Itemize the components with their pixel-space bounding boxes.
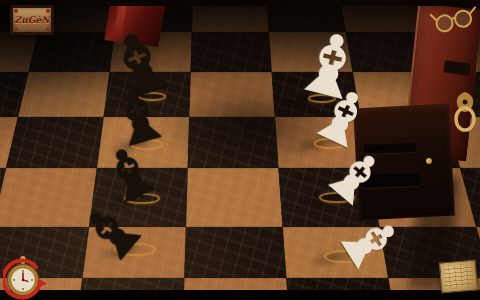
- plaque-ornament: [14, 9, 18, 13]
- game-scene: ♝♝♝♝♝♝♝♝ ZuGèN: [0, 0, 480, 300]
- board-square[interactable]: [186, 168, 283, 227]
- board-square[interactable]: [6, 117, 104, 168]
- logo-plaque-button[interactable]: ZuGèN: [10, 5, 54, 35]
- board-square[interactable]: [184, 227, 286, 278]
- parchment-notes-button[interactable]: [439, 259, 479, 293]
- plaque-ornament: [14, 27, 18, 31]
- plaque-ornament: [46, 27, 50, 31]
- board-square[interactable]: [189, 72, 275, 117]
- board-square[interactable]: [188, 117, 279, 168]
- letterbox-bottom: [0, 290, 480, 300]
- plaque-ornament: [46, 9, 50, 13]
- board-square[interactable]: [191, 32, 272, 72]
- pocket-watch-undo-button[interactable]: [3, 254, 49, 300]
- logo-text: ZuGèN: [15, 15, 50, 25]
- dresser-knob: [426, 158, 432, 164]
- keyhole-handle-icon: [450, 90, 480, 134]
- board-square[interactable]: [18, 72, 110, 117]
- letterbox-top: [0, 0, 480, 6]
- parchment-scribbles: [443, 264, 474, 289]
- board-square[interactable]: [192, 6, 269, 32]
